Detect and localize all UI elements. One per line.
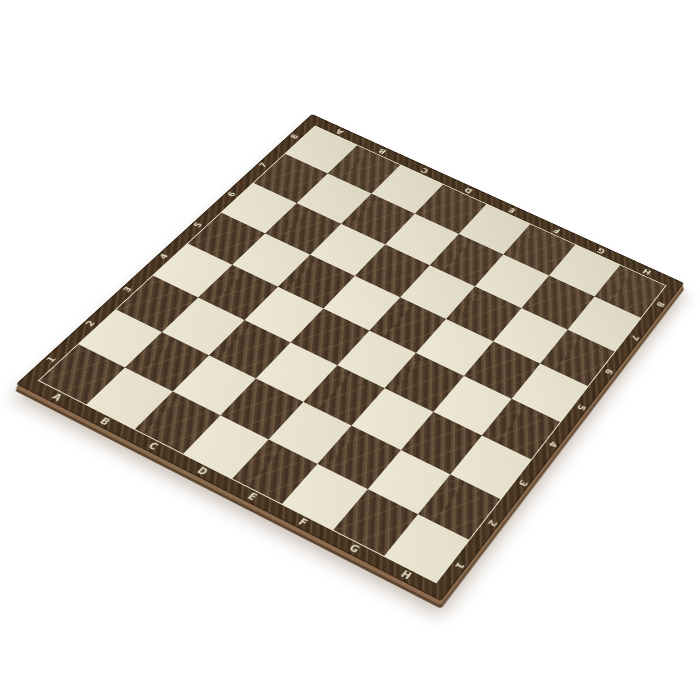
chess-board: AABBCCDDEEFFGGHH8877665544332211	[16, 114, 684, 601]
scene-background: AABBCCDDEEFFGGHH8877665544332211	[0, 0, 700, 700]
playing-field	[38, 125, 667, 583]
